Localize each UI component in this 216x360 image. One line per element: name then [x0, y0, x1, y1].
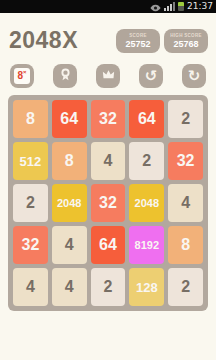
tile-2: 2 [168, 268, 203, 306]
grid-size-tile-icon: 8× [14, 68, 30, 84]
tile-4: 4 [168, 184, 203, 222]
high-score-box: HIGH SCORE 25768 [164, 29, 208, 53]
tile-64: 64 [91, 226, 126, 264]
score-panel: SCORE 25752 HIGH SCORE 25768 [116, 29, 208, 53]
tile-8192: 8192 [129, 226, 164, 264]
tile-2: 2 [91, 268, 126, 306]
tile-4: 4 [13, 268, 48, 306]
high-score-value: 25768 [170, 39, 202, 50]
header: 2048X SCORE 25752 HIGH SCORE 25768 [0, 27, 216, 54]
tile-8: 8 [13, 100, 48, 138]
undo-button[interactable]: ↺ [139, 64, 163, 88]
score-value: 25752 [122, 39, 154, 50]
tile-2: 2 [129, 142, 164, 180]
tile-64: 64 [129, 100, 164, 138]
signal-icon [164, 2, 175, 11]
score-box: SCORE 25752 [116, 29, 160, 53]
grid-size-button[interactable]: 8× [10, 64, 34, 88]
app-title: 2048X [9, 27, 78, 54]
tile-32: 32 [168, 142, 203, 180]
tile-2: 2 [13, 184, 48, 222]
tile-32: 32 [91, 184, 126, 222]
restart-button[interactable]: ↻ [182, 64, 206, 88]
tile-128: 128 [129, 268, 164, 306]
tile-8: 8 [168, 226, 203, 264]
tile-8: 8 [52, 142, 87, 180]
toolbar: 8× ↺ ↻ [0, 64, 216, 88]
eye-icon [150, 2, 161, 12]
ribbon-icon [58, 67, 73, 86]
tile-4: 4 [91, 142, 126, 180]
status-bar: 21:37 [0, 0, 216, 13]
crown-button[interactable] [96, 64, 120, 88]
tile-32: 32 [91, 100, 126, 138]
crown-icon [101, 67, 116, 86]
tile-4: 4 [52, 226, 87, 264]
battery-icon [178, 2, 184, 11]
awards-button[interactable] [53, 64, 77, 88]
high-score-label: HIGH SCORE [170, 33, 202, 39]
board-grid[interactable]: 8643264251284232220483220484324648192844… [8, 95, 208, 311]
tile-2048: 2048 [129, 184, 164, 222]
tile-64: 64 [52, 100, 87, 138]
tile-32: 32 [13, 226, 48, 264]
tile-2048: 2048 [52, 184, 87, 222]
tile-4: 4 [52, 268, 87, 306]
refresh-icon: ↻ [188, 69, 201, 84]
tile-512: 512 [13, 142, 48, 180]
app-screen: 21:37 2048X SCORE 25752 HIGH SCORE 25768… [0, 0, 216, 360]
status-time: 21:37 [187, 0, 213, 13]
undo-icon: ↺ [145, 69, 158, 84]
tile-2: 2 [168, 100, 203, 138]
